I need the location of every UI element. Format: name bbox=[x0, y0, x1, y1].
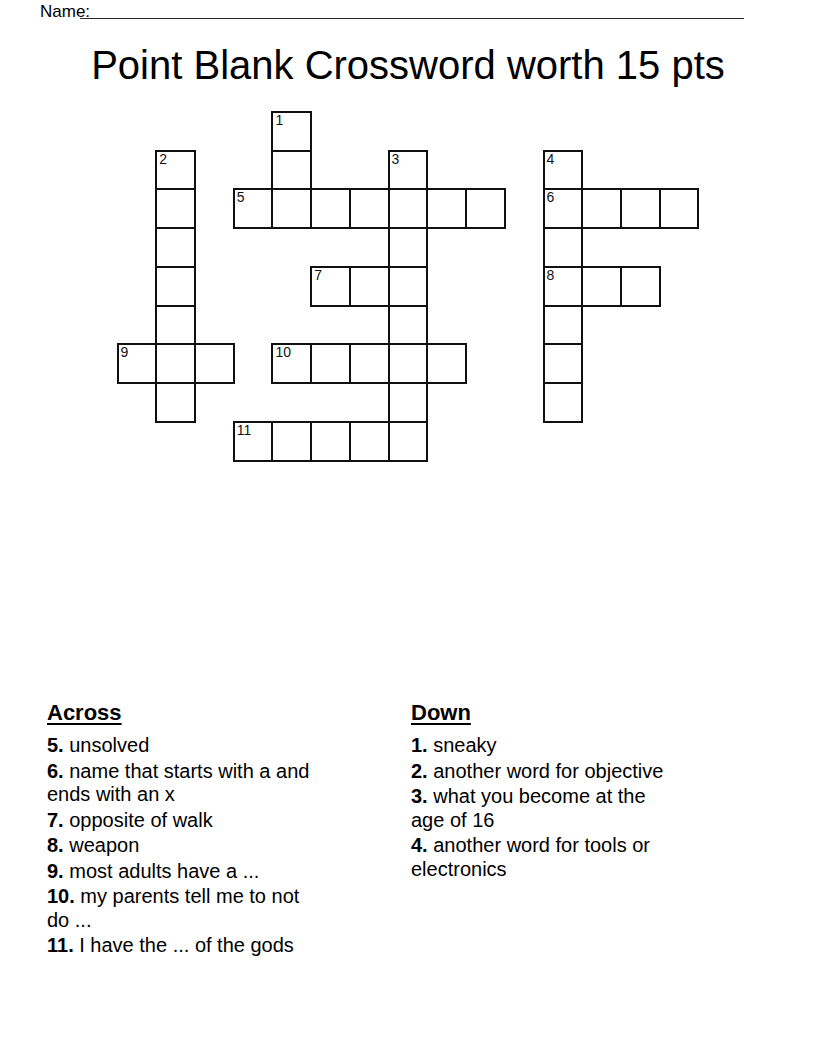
grid-cell-r1c1[interactable]: 2 bbox=[155, 150, 196, 191]
cell-number: 5 bbox=[237, 190, 245, 205]
clue-number: 2. bbox=[411, 760, 428, 782]
clue-number: 10. bbox=[47, 885, 75, 907]
grid-cell-r2c9[interactable] bbox=[465, 188, 506, 229]
grid-cell-r7c11[interactable] bbox=[543, 382, 584, 423]
cell-number: 10 bbox=[275, 345, 291, 360]
grid-cell-r4c7[interactable] bbox=[388, 266, 429, 307]
grid-cell-r4c11[interactable]: 8 bbox=[543, 266, 584, 307]
grid-cell-r6c11[interactable] bbox=[543, 343, 584, 384]
grid-cell-r5c1[interactable] bbox=[155, 305, 196, 346]
grid-cell-r8c3[interactable]: 11 bbox=[233, 421, 274, 462]
grid-cell-r2c8[interactable] bbox=[426, 188, 467, 229]
grid-cell-r2c5[interactable] bbox=[310, 188, 351, 229]
across-clue-11: 11. I have the ... of the gods bbox=[47, 934, 325, 958]
cell-number: 4 bbox=[547, 152, 555, 167]
grid-cell-r8c7[interactable] bbox=[388, 421, 429, 462]
crossword-grid: 1234567891011 bbox=[0, 0, 816, 500]
cell-number: 11 bbox=[237, 423, 252, 438]
grid-cell-r2c7[interactable] bbox=[388, 188, 429, 229]
grid-cell-r4c5[interactable]: 7 bbox=[310, 266, 351, 307]
grid-cell-r1c4[interactable] bbox=[271, 150, 312, 191]
cell-number: 8 bbox=[547, 268, 555, 283]
across-clue-6: 6. name that starts with a and ends with… bbox=[47, 760, 325, 807]
grid-cell-r6c5[interactable] bbox=[310, 343, 351, 384]
grid-cell-r1c11[interactable]: 4 bbox=[543, 150, 584, 191]
grid-cell-r3c7[interactable] bbox=[388, 227, 429, 268]
cell-number: 2 bbox=[159, 152, 167, 167]
cell-number: 3 bbox=[392, 152, 400, 167]
clue-number: 11. bbox=[47, 934, 74, 956]
grid-cell-r8c5[interactable] bbox=[310, 421, 351, 462]
across-clues-section: Across 5. unsolved6. name that starts wi… bbox=[47, 700, 325, 960]
grid-cell-r8c6[interactable] bbox=[349, 421, 390, 462]
across-clue-7: 7. opposite of walk bbox=[47, 809, 325, 833]
grid-cell-r5c7[interactable] bbox=[388, 305, 429, 346]
grid-cell-r3c11[interactable] bbox=[543, 227, 584, 268]
across-clue-5: 5. unsolved bbox=[47, 734, 325, 758]
across-clue-list: 5. unsolved6. name that starts with a an… bbox=[47, 734, 325, 958]
down-clues-section: Down 1. sneaky2. another word for object… bbox=[411, 700, 675, 883]
grid-cell-r4c6[interactable] bbox=[349, 266, 390, 307]
across-clue-9: 9. most adults have a ... bbox=[47, 860, 325, 884]
grid-cell-r7c1[interactable] bbox=[155, 382, 196, 423]
grid-cell-r2c12[interactable] bbox=[581, 188, 622, 229]
cell-number: 6 bbox=[547, 190, 555, 205]
down-clue-4: 4. another word for tools or electronics bbox=[411, 834, 675, 881]
grid-cell-r2c6[interactable] bbox=[349, 188, 390, 229]
down-clue-3: 3. what you become at the age of 16 bbox=[411, 785, 675, 832]
grid-cell-r7c7[interactable] bbox=[388, 382, 429, 423]
grid-cell-r4c1[interactable] bbox=[155, 266, 196, 307]
grid-cell-r6c0[interactable]: 9 bbox=[117, 343, 158, 384]
down-clue-list: 1. sneaky2. another word for objective3.… bbox=[411, 734, 675, 881]
down-clue-2: 2. another word for objective bbox=[411, 760, 675, 784]
clue-number: 8. bbox=[47, 834, 64, 856]
clue-number: 9. bbox=[47, 860, 64, 882]
clue-number: 1. bbox=[411, 734, 428, 756]
cell-number: 1 bbox=[275, 113, 283, 128]
grid-cell-r4c12[interactable] bbox=[581, 266, 622, 307]
grid-cell-r0c4[interactable]: 1 bbox=[271, 111, 312, 152]
grid-cell-r8c4[interactable] bbox=[271, 421, 312, 462]
grid-cell-r6c4[interactable]: 10 bbox=[271, 343, 312, 384]
grid-cell-r6c2[interactable] bbox=[194, 343, 235, 384]
grid-cell-r5c11[interactable] bbox=[543, 305, 584, 346]
clue-number: 3. bbox=[411, 785, 428, 807]
clue-number: 7. bbox=[47, 809, 64, 831]
grid-cell-r3c1[interactable] bbox=[155, 227, 196, 268]
across-heading: Across bbox=[47, 700, 325, 726]
worksheet-page: Name: Point Blank Crossword worth 15 pts… bbox=[0, 0, 816, 1056]
across-clue-10: 10. my parents tell me to not do ... bbox=[47, 885, 325, 932]
grid-cell-r4c13[interactable] bbox=[620, 266, 661, 307]
grid-cell-r6c8[interactable] bbox=[426, 343, 467, 384]
grid-cell-r2c3[interactable]: 5 bbox=[233, 188, 274, 229]
down-clue-1: 1. sneaky bbox=[411, 734, 675, 758]
grid-cell-r1c7[interactable]: 3 bbox=[388, 150, 429, 191]
grid-cell-r2c11[interactable]: 6 bbox=[543, 188, 584, 229]
clue-number: 4. bbox=[411, 834, 428, 856]
cell-number: 7 bbox=[314, 268, 322, 283]
clue-number: 5. bbox=[47, 734, 64, 756]
grid-cell-r2c13[interactable] bbox=[620, 188, 661, 229]
grid-cell-r6c1[interactable] bbox=[155, 343, 196, 384]
clue-number: 6. bbox=[47, 760, 64, 782]
grid-cell-r2c14[interactable] bbox=[659, 188, 700, 229]
grid-cell-r2c1[interactable] bbox=[155, 188, 196, 229]
grid-cell-r2c4[interactable] bbox=[271, 188, 312, 229]
down-heading: Down bbox=[411, 700, 675, 726]
across-clue-8: 8. weapon bbox=[47, 834, 325, 858]
grid-cell-r6c7[interactable] bbox=[388, 343, 429, 384]
cell-number: 9 bbox=[121, 345, 129, 360]
grid-cell-r6c6[interactable] bbox=[349, 343, 390, 384]
